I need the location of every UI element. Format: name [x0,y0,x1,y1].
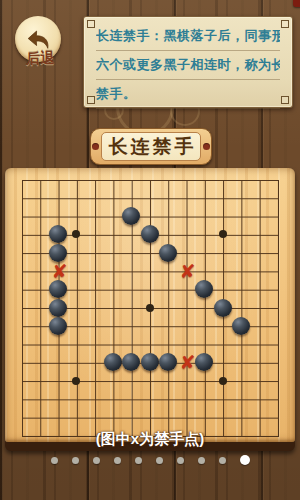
page-dot-active[interactable] [240,455,250,465]
star-point [219,377,227,385]
back-button-label: 后退 [17,50,63,68]
panel-corner-ornament [281,96,289,104]
pagination-dots [0,453,300,467]
black-stone [159,353,177,371]
corner-ribbon [293,0,300,7]
rule-text-line-3: 禁手。 [96,80,280,109]
caption: (图中x为禁手点) [0,430,300,449]
rule-text-line-1: 长连禁手：黑棋落子后，同事形成 [96,22,280,51]
page-dot[interactable] [177,457,184,464]
board-surface: ✘✘✘ [5,168,295,442]
black-stone [141,225,159,243]
black-stone [49,299,67,317]
star-point [219,230,227,238]
black-stone [195,280,213,298]
black-stone [49,317,67,335]
black-stone [104,353,122,371]
black-stone [49,244,67,262]
game-board: ✘✘✘ [5,168,295,451]
black-stone [141,353,159,371]
page-dot[interactable] [198,457,205,464]
plaque-end-ornament [92,143,99,150]
black-stone [232,317,250,335]
page-dot[interactable] [219,457,226,464]
plaque-end-ornament [203,143,210,150]
forbidden-mark: ✘ [180,353,196,372]
page-title: 长连禁手 [106,137,197,156]
title-plaque-inner: 长连禁手 [101,132,201,161]
black-stone [159,244,177,262]
page-dot[interactable] [93,457,100,464]
panel-corner-ornament [87,96,95,104]
black-stone [122,207,140,225]
back-arrow-icon [24,25,52,53]
page-dot[interactable] [72,457,79,464]
page-dot[interactable] [51,457,58,464]
panel-corner-ornament [87,20,95,28]
page-dot[interactable] [135,457,142,464]
rule-panel: 长连禁手：黑棋落子后，同事形成 六个或更多黑子相连时，称为长连 禁手。 [83,16,293,108]
panel-corner-ornament [281,20,289,28]
forbidden-mark: ✘ [52,262,68,281]
rule-text-line-2: 六个或更多黑子相连时，称为长连 [96,51,280,80]
star-point [146,304,154,312]
star-point [72,377,80,385]
board-grid: ✘✘✘ [22,180,279,437]
black-stone [195,353,213,371]
page-dot[interactable] [156,457,163,464]
page-dot[interactable] [114,457,121,464]
black-stone [49,280,67,298]
black-stone [214,299,232,317]
forbidden-mark: ✘ [180,262,196,281]
black-stone [49,225,67,243]
black-stone [122,353,140,371]
title-plaque: 长连禁手 [90,128,212,165]
star-point [72,230,80,238]
